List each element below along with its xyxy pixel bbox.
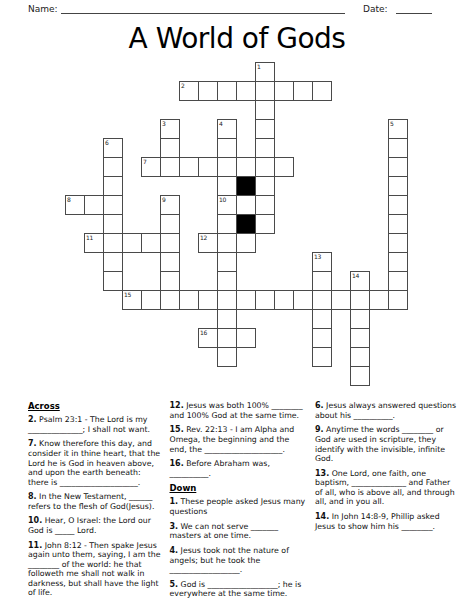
clue-number: 16 <box>200 329 207 336</box>
grid-cell[interactable]: 1 <box>255 62 275 82</box>
grid-cell[interactable] <box>388 290 408 310</box>
clue-across-2: 2. Psalm 23:1 - The Lord is my _________… <box>28 415 161 434</box>
clue-number: 3 <box>162 120 166 127</box>
grid-cell[interactable]: 14 <box>350 271 370 291</box>
down-heading: Down <box>170 483 307 493</box>
grid-cell[interactable] <box>350 309 370 329</box>
grid-cell[interactable] <box>217 176 237 196</box>
grid-cell[interactable] <box>103 233 123 253</box>
grid-cell[interactable] <box>312 290 332 310</box>
clue-across-12: 12. Jesus was both 100% ________ and 100… <box>170 401 307 420</box>
clue-number: 10 <box>219 196 226 203</box>
blocked-cell <box>236 176 256 196</box>
clue-number: 6 <box>105 139 109 146</box>
grid-cell[interactable] <box>236 81 256 101</box>
clue-number: 12 <box>200 234 207 241</box>
clue-number: 2 <box>181 82 185 89</box>
grid-cell[interactable]: 4 <box>217 119 237 139</box>
clue-number: 13 <box>314 253 321 260</box>
clue-number: 4 <box>219 120 223 127</box>
grid-cell[interactable] <box>160 157 180 177</box>
grid-cell[interactable] <box>388 157 408 177</box>
grid-cell[interactable]: 15 <box>122 290 142 310</box>
clue-column-2: 12. Jesus was both 100% ________ and 100… <box>170 401 307 604</box>
clue-down-6: 6. Jesus always answered questions about… <box>315 401 458 420</box>
grid-cell[interactable] <box>160 233 180 253</box>
grid-cell[interactable] <box>293 290 313 310</box>
grid-cell[interactable]: 9 <box>160 195 180 215</box>
grid-cell[interactable] <box>103 195 123 215</box>
grid-cell[interactable] <box>217 347 237 367</box>
clue-down-14: 14. In John 14:8-9, Phillip asked Jesus … <box>315 512 458 531</box>
grid-cell[interactable] <box>103 271 123 291</box>
clue-across-7: 7. Know therefore this day, and consider… <box>28 439 161 487</box>
grid-cell[interactable] <box>103 157 123 177</box>
grid-cell[interactable]: 3 <box>160 119 180 139</box>
grid-cell[interactable] <box>293 81 313 101</box>
grid-cell[interactable] <box>255 119 275 139</box>
grid-cell[interactable] <box>331 290 351 310</box>
grid-cell[interactable] <box>84 195 104 215</box>
clue-down-3: 3. We can not serve _______ masters at o… <box>170 522 307 541</box>
page-title: A World of Gods <box>0 22 474 55</box>
clue-number: 15 <box>124 291 131 298</box>
grid-cell[interactable] <box>255 138 275 158</box>
grid-cell[interactable] <box>217 138 237 158</box>
grid-cell[interactable] <box>103 214 123 234</box>
grid-cell[interactable]: 13 <box>312 252 332 272</box>
grid-cell[interactable] <box>350 347 370 367</box>
grid-cell[interactable] <box>312 328 332 348</box>
grid-cell[interactable] <box>160 252 180 272</box>
grid-cell[interactable] <box>217 81 237 101</box>
clue-number: 1 <box>257 63 261 70</box>
grid-cell[interactable]: 8 <box>65 195 85 215</box>
clue-number: 5 <box>390 120 394 127</box>
clue-across-8: 8. In the New Testament, ______ refers t… <box>28 492 161 511</box>
clue-list: Across2. Psalm 23:1 - The Lord is my ___… <box>28 401 458 604</box>
grid-cell[interactable] <box>103 176 123 196</box>
across-heading: Across <box>28 401 161 411</box>
grid-cell[interactable] <box>236 157 256 177</box>
grid-cell[interactable] <box>217 252 237 272</box>
grid-cell[interactable] <box>350 290 370 310</box>
grid-cell[interactable] <box>179 290 199 310</box>
grid-cell[interactable]: 10 <box>217 195 237 215</box>
grid-cell[interactable] <box>198 290 218 310</box>
clue-across-10: 10. Hear, O Israel: the Lord our God is … <box>28 516 161 535</box>
grid-cell[interactable] <box>179 157 199 177</box>
grid-cell[interactable] <box>274 81 294 101</box>
grid-cell[interactable] <box>312 81 332 101</box>
grid-cell[interactable] <box>255 176 275 196</box>
grid-cell[interactable] <box>236 233 256 253</box>
blocked-cell <box>236 214 256 234</box>
grid-cell[interactable] <box>217 290 237 310</box>
grid-cell[interactable] <box>217 157 237 177</box>
grid-cell[interactable] <box>122 233 142 253</box>
grid-cell[interactable] <box>141 233 161 253</box>
grid-cell[interactable] <box>236 195 256 215</box>
date-label: Date: <box>363 4 388 14</box>
grid-cell[interactable] <box>369 290 389 310</box>
clue-number: 9 <box>162 196 166 203</box>
clue-number: 7 <box>143 158 147 165</box>
clue-down-4: 4. Jesus took not the nature of angels; … <box>170 546 307 575</box>
grid-cell[interactable] <box>103 252 123 272</box>
clue-across-15: 15. Rev. 22:13 - I am Alpha and Omega, t… <box>170 425 307 454</box>
grid-cell[interactable] <box>312 309 332 329</box>
grid-cell[interactable]: 5 <box>388 119 408 139</box>
clue-number: 14 <box>352 272 359 279</box>
grid-cell[interactable]: 2 <box>179 81 199 101</box>
clue-down-1: 1. These people asked Jesus many questio… <box>170 497 307 516</box>
clue-column-3: 6. Jesus always answered questions about… <box>315 401 458 604</box>
grid-cell[interactable] <box>217 271 237 291</box>
grid-cell[interactable]: 12 <box>198 233 218 253</box>
grid-cell[interactable]: 7 <box>141 157 161 177</box>
clue-column-1: Across2. Psalm 23:1 - The Lord is my ___… <box>28 401 161 604</box>
grid-cell[interactable] <box>255 290 275 310</box>
grid-cell[interactable] <box>236 290 256 310</box>
grid-cell[interactable] <box>255 100 275 120</box>
grid-cell[interactable] <box>217 309 237 329</box>
clue-down-5: 5. God is __________________; he is ever… <box>170 580 307 599</box>
grid-cell[interactable] <box>350 366 370 386</box>
grid-cell[interactable] <box>388 195 408 215</box>
grid-cell[interactable] <box>217 328 237 348</box>
grid-cell[interactable] <box>312 347 332 367</box>
date-input-line[interactable] <box>396 3 432 14</box>
grid-cell[interactable] <box>312 271 332 291</box>
grid-cell[interactable]: 6 <box>103 138 123 158</box>
name-label: Name: <box>28 4 58 14</box>
grid-cell[interactable] <box>255 214 275 234</box>
grid-cell[interactable] <box>160 214 180 234</box>
clue-across-11: 11. John 8:12 - Then spake Jesus again u… <box>28 541 161 598</box>
grid-cell[interactable] <box>388 233 408 253</box>
clue-down-9: 9. Anytime the words ________ or God are… <box>315 425 458 463</box>
grid-cell[interactable] <box>388 138 408 158</box>
grid-cell[interactable] <box>255 81 275 101</box>
grid-cell[interactable] <box>350 328 370 348</box>
grid-cell[interactable] <box>160 290 180 310</box>
grid-cell[interactable] <box>388 176 408 196</box>
grid-cell[interactable] <box>388 271 408 291</box>
grid-cell[interactable] <box>255 195 275 215</box>
grid-cell[interactable] <box>160 271 180 291</box>
grid-cell[interactable] <box>160 138 180 158</box>
grid-cell[interactable] <box>198 81 218 101</box>
grid-cell[interactable] <box>274 157 294 177</box>
grid-cell[interactable] <box>388 252 408 272</box>
clue-number: 11 <box>86 234 93 241</box>
grid-cell[interactable] <box>388 214 408 234</box>
grid-cell[interactable] <box>198 157 218 177</box>
crossword-grid: 12345678910111213141516 <box>65 62 408 386</box>
clue-across-16: 16. Before Abraham was, __________. <box>170 459 307 478</box>
grid-cell[interactable] <box>141 290 161 310</box>
grid-cell[interactable] <box>217 214 237 234</box>
grid-cell[interactable]: 16 <box>198 328 218 348</box>
crossword-worksheet: Name: Date: A World of Gods 123456789101… <box>0 0 474 613</box>
grid-cell[interactable] <box>274 290 294 310</box>
grid-cell[interactable] <box>236 328 256 348</box>
clue-down-13: 13. One Lord, one faith, one baptism, __… <box>315 469 458 507</box>
grid-cell[interactable] <box>255 157 275 177</box>
clue-number: 8 <box>67 196 71 203</box>
name-input-line[interactable] <box>61 3 345 14</box>
grid-cell[interactable] <box>217 233 237 253</box>
grid-cell[interactable]: 11 <box>84 233 104 253</box>
